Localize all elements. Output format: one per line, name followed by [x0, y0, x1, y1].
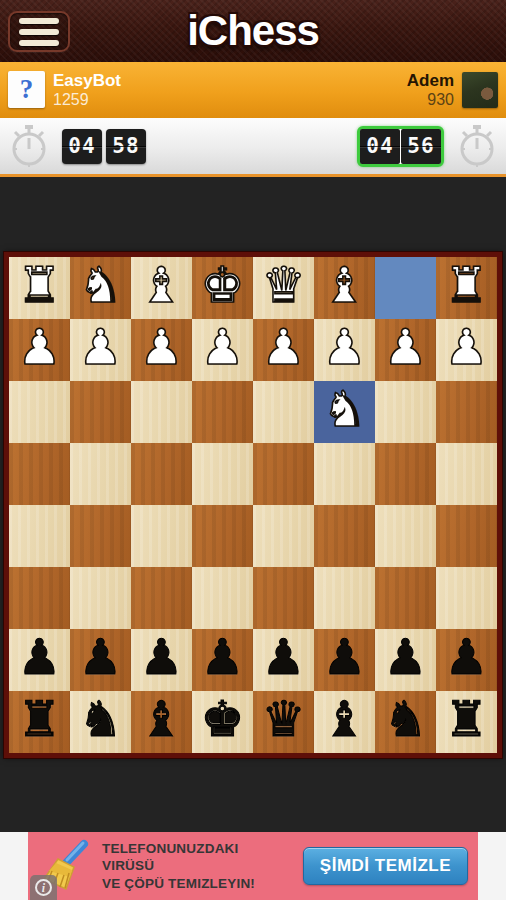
square-r1c6[interactable]: ♟ — [375, 319, 436, 381]
piece-wR[interactable]: ♜ — [445, 261, 489, 310]
hamburger-bar — [19, 29, 59, 35]
square-r4c7[interactable] — [436, 505, 497, 567]
square-r1c1[interactable]: ♟ — [70, 319, 131, 381]
square-r3c3[interactable] — [192, 443, 253, 505]
top-header: iChess — [0, 0, 506, 62]
square-r6c3[interactable]: ♟ — [192, 629, 253, 691]
square-r3c2[interactable] — [131, 443, 192, 505]
piece-bP[interactable]: ♟ — [323, 633, 367, 682]
piece-bB[interactable]: ♝ — [323, 695, 367, 744]
piece-wP[interactable]: ♟ — [79, 323, 123, 372]
right-clock-active: 04 56 — [357, 126, 444, 167]
square-r7c1[interactable]: ♞ — [70, 691, 131, 753]
piece-wB[interactable]: ♝ — [323, 261, 367, 310]
stopwatch-icon — [456, 123, 498, 169]
my-info: Adem 930 — [407, 71, 498, 109]
opponent-avatar-question-mark-icon: ? — [8, 71, 45, 108]
piece-bP[interactable]: ♟ — [140, 633, 184, 682]
square-r2c2[interactable] — [131, 381, 192, 443]
app-window: iChess ? EasyBot 1259 Adem 930 — [0, 0, 506, 900]
square-r7c6[interactable]: ♞ — [375, 691, 436, 753]
square-r4c6[interactable] — [375, 505, 436, 567]
square-r2c0[interactable] — [9, 381, 70, 443]
square-r7c3[interactable]: ♚ — [192, 691, 253, 753]
square-r1c4[interactable]: ♟ — [253, 319, 314, 381]
piece-bN[interactable]: ♞ — [79, 695, 123, 744]
piece-bP[interactable]: ♟ — [79, 633, 123, 682]
square-r2c6[interactable] — [375, 381, 436, 443]
piece-wR[interactable]: ♜ — [18, 261, 62, 310]
square-r3c5[interactable] — [314, 443, 375, 505]
piece-wP[interactable]: ♟ — [262, 323, 306, 372]
piece-bR[interactable]: ♜ — [18, 695, 62, 744]
square-r5c5[interactable] — [314, 567, 375, 629]
square-r6c7[interactable]: ♟ — [436, 629, 497, 691]
piece-bP[interactable]: ♟ — [201, 633, 245, 682]
ad-cta-button[interactable]: ŞİMDİ TEMİZLE — [303, 847, 468, 885]
piece-wP[interactable]: ♟ — [18, 323, 62, 372]
square-r0c6[interactable] — [375, 257, 436, 319]
ad-right-margin — [478, 832, 506, 900]
square-r5c3[interactable] — [192, 567, 253, 629]
player-bar: ? EasyBot 1259 Adem 930 — [0, 62, 506, 118]
square-r4c3[interactable] — [192, 505, 253, 567]
square-r3c0[interactable] — [9, 443, 70, 505]
square-r3c4[interactable] — [253, 443, 314, 505]
right-clock-minutes: 04 — [360, 129, 400, 164]
my-avatar — [462, 72, 498, 108]
opponent-name: EasyBot — [53, 71, 121, 91]
piece-wP[interactable]: ♟ — [201, 323, 245, 372]
square-r6c4[interactable]: ♟ — [253, 629, 314, 691]
square-r1c0[interactable]: ♟ — [9, 319, 70, 381]
hamburger-bar — [19, 40, 59, 46]
ad-strip: TELEFONUNUZDAKI VIRÜSÜ VE ÇÖPÜ TEMIZLEYI… — [0, 832, 506, 900]
square-r2c1[interactable] — [70, 381, 131, 443]
square-r4c1[interactable] — [70, 505, 131, 567]
my-name: Adem — [407, 71, 454, 91]
square-r0c5[interactable]: ♝ — [314, 257, 375, 319]
my-rating: 930 — [407, 91, 454, 109]
square-r4c4[interactable] — [253, 505, 314, 567]
square-r7c4[interactable]: ♛ — [253, 691, 314, 753]
piece-wP[interactable]: ♟ — [445, 323, 489, 372]
ad-text-line1: TELEFONUNUZDAKI VIRÜSÜ — [102, 840, 293, 875]
left-clock: 04 58 — [62, 129, 146, 164]
opponent-rating: 1259 — [53, 91, 121, 109]
square-r5c4[interactable] — [253, 567, 314, 629]
piece-bQ[interactable]: ♛ — [262, 695, 306, 744]
square-r4c2[interactable] — [131, 505, 192, 567]
hamburger-menu-button[interactable] — [8, 11, 70, 52]
square-r6c1[interactable]: ♟ — [70, 629, 131, 691]
hamburger-bar — [19, 18, 59, 24]
square-r0c2[interactable]: ♝ — [131, 257, 192, 319]
square-r5c0[interactable] — [9, 567, 70, 629]
piece-wN[interactable]: ♞ — [323, 385, 367, 434]
right-clock-group: 04 56 — [357, 123, 498, 169]
square-r2c5[interactable]: ♞ — [314, 381, 375, 443]
piece-bP[interactable]: ♟ — [384, 633, 428, 682]
square-r7c0[interactable]: ♜ — [9, 691, 70, 753]
square-r5c1[interactable] — [70, 567, 131, 629]
square-r3c6[interactable] — [375, 443, 436, 505]
square-r4c0[interactable] — [9, 505, 70, 567]
square-r6c6[interactable]: ♟ — [375, 629, 436, 691]
piece-bP[interactable]: ♟ — [262, 633, 306, 682]
ad-text: TELEFONUNUZDAKI VIRÜSÜ VE ÇÖPÜ TEMIZLEYI… — [102, 840, 293, 893]
square-r2c4[interactable] — [253, 381, 314, 443]
piece-wP[interactable]: ♟ — [323, 323, 367, 372]
piece-wP[interactable]: ♟ — [140, 323, 184, 372]
left-clock-seconds: 58 — [106, 129, 146, 164]
ad-left-margin — [0, 832, 28, 900]
square-r1c5[interactable]: ♟ — [314, 319, 375, 381]
square-r2c7[interactable] — [436, 381, 497, 443]
info-icon: i — [35, 879, 52, 896]
opponent-info: ? EasyBot 1259 — [8, 71, 121, 109]
square-r1c3[interactable]: ♟ — [192, 319, 253, 381]
square-r1c2[interactable]: ♟ — [131, 319, 192, 381]
square-r6c2[interactable]: ♟ — [131, 629, 192, 691]
square-r0c7[interactable]: ♜ — [436, 257, 497, 319]
chess-board[interactable]: ♜♞♝♚♛♝♜♟♟♟♟♟♟♟♟♞♟♟♟♟♟♟♟♟♜♞♝♚♛♝♞♜ — [9, 257, 497, 753]
square-r7c5[interactable]: ♝ — [314, 691, 375, 753]
square-r1c7[interactable]: ♟ — [436, 319, 497, 381]
board-area: ♜♞♝♚♛♝♜♟♟♟♟♟♟♟♟♞♟♟♟♟♟♟♟♟♜♞♝♚♛♝♞♜ — [0, 177, 506, 832]
piece-wK[interactable]: ♚ — [201, 261, 245, 310]
square-r0c3[interactable]: ♚ — [192, 257, 253, 319]
piece-bP[interactable]: ♟ — [18, 633, 62, 682]
square-r7c2[interactable]: ♝ — [131, 691, 192, 753]
ad-text-line2: VE ÇÖPÜ TEMIZLEYIN! — [102, 875, 293, 893]
square-r4c5[interactable] — [314, 505, 375, 567]
piece-wB[interactable]: ♝ — [140, 261, 184, 310]
stopwatch-icon — [8, 123, 50, 169]
piece-bN[interactable]: ♞ — [384, 695, 428, 744]
left-clock-minutes: 04 — [62, 129, 102, 164]
ad-info-button[interactable]: i — [30, 875, 57, 900]
clock-bar: 04 58 04 56 — [0, 118, 506, 177]
ad-banner[interactable]: TELEFONUNUZDAKI VIRÜSÜ VE ÇÖPÜ TEMIZLEYI… — [28, 832, 478, 900]
app-title: iChess — [0, 7, 506, 55]
square-r2c3[interactable] — [192, 381, 253, 443]
right-clock-seconds: 56 — [401, 129, 441, 164]
square-r3c7[interactable] — [436, 443, 497, 505]
board-frame: ♜♞♝♚♛♝♜♟♟♟♟♟♟♟♟♞♟♟♟♟♟♟♟♟♜♞♝♚♛♝♞♜ — [4, 252, 502, 758]
piece-wQ[interactable]: ♛ — [262, 261, 306, 310]
square-r5c6[interactable] — [375, 567, 436, 629]
left-clock-group: 04 58 — [8, 123, 146, 169]
piece-bP[interactable]: ♟ — [445, 633, 489, 682]
square-r0c0[interactable]: ♜ — [9, 257, 70, 319]
piece-bK[interactable]: ♚ — [201, 695, 245, 744]
square-r5c2[interactable] — [131, 567, 192, 629]
square-r0c4[interactable]: ♛ — [253, 257, 314, 319]
piece-bR[interactable]: ♜ — [445, 695, 489, 744]
square-r6c0[interactable]: ♟ — [9, 629, 70, 691]
square-r0c1[interactable]: ♞ — [70, 257, 131, 319]
piece-wN[interactable]: ♞ — [79, 261, 123, 310]
piece-bB[interactable]: ♝ — [140, 695, 184, 744]
square-r3c1[interactable] — [70, 443, 131, 505]
piece-wP[interactable]: ♟ — [384, 323, 428, 372]
square-r5c7[interactable] — [436, 567, 497, 629]
square-r6c5[interactable]: ♟ — [314, 629, 375, 691]
square-r7c7[interactable]: ♜ — [436, 691, 497, 753]
